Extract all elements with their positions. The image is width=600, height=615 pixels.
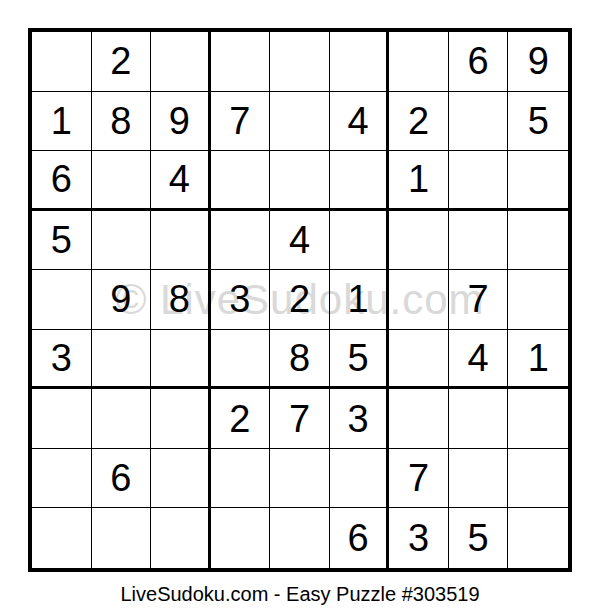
cell-r8c3[interactable] [151, 449, 211, 509]
cell-r8c1[interactable] [32, 449, 92, 509]
cell-r4c7[interactable] [389, 211, 449, 271]
cell-r3c7[interactable]: 1 [389, 151, 449, 211]
cell-r4c9[interactable] [508, 211, 568, 271]
cell-r1c4[interactable] [211, 32, 271, 92]
cell-r7c7[interactable] [389, 389, 449, 449]
cell-r1c7[interactable] [389, 32, 449, 92]
cell-r6c3[interactable] [151, 330, 211, 390]
cell-r2c1[interactable]: 1 [32, 92, 92, 152]
cell-r4c3[interactable] [151, 211, 211, 271]
cell-r5c5[interactable]: 2 [270, 270, 330, 330]
cell-r9c8[interactable]: 5 [449, 508, 509, 568]
cell-r1c8[interactable]: 6 [449, 32, 509, 92]
cell-r2c4[interactable]: 7 [211, 92, 271, 152]
cell-r3c2[interactable] [92, 151, 152, 211]
cell-r1c5[interactable] [270, 32, 330, 92]
cell-r1c2[interactable]: 2 [92, 32, 152, 92]
cell-r6c2[interactable] [92, 330, 152, 390]
cell-r5c2[interactable]: 9 [92, 270, 152, 330]
cell-r4c2[interactable] [92, 211, 152, 271]
cell-r9c1[interactable] [32, 508, 92, 568]
cell-r1c6[interactable] [330, 32, 390, 92]
cell-r5c9[interactable] [508, 270, 568, 330]
cell-r2c9[interactable]: 5 [508, 92, 568, 152]
cell-r6c6[interactable]: 5 [330, 330, 390, 390]
cell-r3c3[interactable]: 4 [151, 151, 211, 211]
cell-r2c6[interactable]: 4 [330, 92, 390, 152]
cell-r2c5[interactable] [270, 92, 330, 152]
cell-r3c9[interactable] [508, 151, 568, 211]
cell-r6c8[interactable]: 4 [449, 330, 509, 390]
cell-r8c2[interactable]: 6 [92, 449, 152, 509]
cell-r3c1[interactable]: 6 [32, 151, 92, 211]
cell-r7c9[interactable] [508, 389, 568, 449]
cell-r7c8[interactable] [449, 389, 509, 449]
cell-r1c1[interactable] [32, 32, 92, 92]
cell-r7c6[interactable]: 3 [330, 389, 390, 449]
cell-r7c2[interactable] [92, 389, 152, 449]
cell-r7c4[interactable]: 2 [211, 389, 271, 449]
cell-r2c8[interactable] [449, 92, 509, 152]
cell-r4c5[interactable]: 4 [270, 211, 330, 271]
cell-r4c1[interactable]: 5 [32, 211, 92, 271]
cell-r6c1[interactable]: 3 [32, 330, 92, 390]
cell-r6c9[interactable]: 1 [508, 330, 568, 390]
cell-r4c4[interactable] [211, 211, 271, 271]
cell-r8c5[interactable] [270, 449, 330, 509]
cell-r5c7[interactable] [389, 270, 449, 330]
cell-r9c5[interactable] [270, 508, 330, 568]
cell-r9c2[interactable] [92, 508, 152, 568]
cell-r6c5[interactable]: 8 [270, 330, 330, 390]
cell-r5c4[interactable]: 3 [211, 270, 271, 330]
cell-r5c1[interactable] [32, 270, 92, 330]
cell-r3c5[interactable] [270, 151, 330, 211]
cell-r2c3[interactable]: 9 [151, 92, 211, 152]
cell-r8c6[interactable] [330, 449, 390, 509]
cell-r7c3[interactable] [151, 389, 211, 449]
cell-r4c8[interactable] [449, 211, 509, 271]
cell-r5c8[interactable]: 7 [449, 270, 509, 330]
cell-r3c8[interactable] [449, 151, 509, 211]
cell-r9c4[interactable] [211, 508, 271, 568]
cell-r1c3[interactable] [151, 32, 211, 92]
cell-r9c7[interactable]: 3 [389, 508, 449, 568]
cell-r2c2[interactable]: 8 [92, 92, 152, 152]
cell-r7c5[interactable]: 7 [270, 389, 330, 449]
cell-r9c9[interactable] [508, 508, 568, 568]
puzzle-page: © LiveSudoku.com 26918974256415498321738… [0, 0, 600, 615]
cell-r4c6[interactable] [330, 211, 390, 271]
cell-r6c4[interactable] [211, 330, 271, 390]
cell-r1c9[interactable]: 9 [508, 32, 568, 92]
cell-r5c6[interactable]: 1 [330, 270, 390, 330]
cell-r2c7[interactable]: 2 [389, 92, 449, 152]
sudoku-board: © LiveSudoku.com 26918974256415498321738… [28, 28, 572, 572]
puzzle-caption: LiveSudoku.com - Easy Puzzle #303519 [0, 583, 600, 606]
cell-r8c4[interactable] [211, 449, 271, 509]
cell-r8c8[interactable] [449, 449, 509, 509]
cell-r8c9[interactable] [508, 449, 568, 509]
cell-r3c6[interactable] [330, 151, 390, 211]
cell-r3c4[interactable] [211, 151, 271, 211]
cell-r9c6[interactable]: 6 [330, 508, 390, 568]
cell-r6c7[interactable] [389, 330, 449, 390]
cell-r7c1[interactable] [32, 389, 92, 449]
cell-r5c3[interactable]: 8 [151, 270, 211, 330]
cell-r9c3[interactable] [151, 508, 211, 568]
cell-r8c7[interactable]: 7 [389, 449, 449, 509]
